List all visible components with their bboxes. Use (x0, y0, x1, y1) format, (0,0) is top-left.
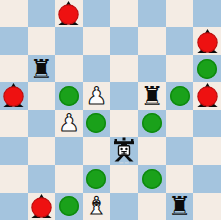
board-square[interactable] (110, 55, 138, 82)
board-square[interactable] (28, 137, 56, 165)
board-square[interactable] (138, 193, 166, 220)
board-square[interactable] (138, 55, 166, 82)
board-square[interactable] (166, 55, 194, 82)
board-square[interactable] (193, 0, 221, 27)
board-square[interactable] (0, 82, 28, 109)
board-square[interactable] (83, 137, 111, 165)
board-square[interactable] (138, 0, 166, 27)
board-square[interactable] (193, 165, 221, 192)
board-square[interactable] (138, 165, 166, 192)
board-square[interactable] (0, 0, 28, 27)
board-square[interactable] (166, 0, 194, 27)
board-square[interactable] (166, 110, 194, 137)
board-square[interactable] (0, 137, 28, 165)
black-rook-piece[interactable]: ♜ (168, 193, 191, 219)
legal-move-dot[interactable] (59, 86, 79, 106)
red-ball-piece[interactable] (28, 193, 55, 220)
board-square[interactable] (166, 27, 194, 54)
board-square[interactable] (28, 193, 56, 220)
white-pawn-piece[interactable]: ♟ (86, 84, 108, 108)
board-square[interactable] (193, 110, 221, 137)
board-square[interactable] (28, 27, 56, 54)
board-square[interactable] (55, 27, 83, 54)
board-square[interactable] (83, 27, 111, 54)
white-pawn-piece[interactable]: ♟ (58, 111, 80, 135)
board-square[interactable] (55, 55, 83, 82)
board-square[interactable] (193, 82, 221, 109)
board-square[interactable] (83, 0, 111, 27)
board-square[interactable] (110, 165, 138, 192)
board-square[interactable] (110, 0, 138, 27)
legal-move-dot[interactable] (197, 59, 217, 79)
selected-lantern-piece[interactable] (110, 137, 138, 165)
board-square[interactable] (0, 110, 28, 137)
board-square[interactable] (193, 137, 221, 165)
board-square[interactable] (110, 110, 138, 137)
game-screenshot: ♜♟♜♟♝♜ (0, 0, 221, 220)
board-square[interactable] (0, 27, 28, 54)
legal-move-dot[interactable] (86, 169, 106, 189)
board-square[interactable] (28, 0, 56, 27)
legal-move-dot[interactable] (170, 86, 190, 106)
board-square[interactable] (0, 55, 28, 82)
board-square[interactable]: ♟ (83, 82, 111, 109)
board-square[interactable] (0, 193, 28, 220)
red-ball-piece[interactable] (194, 82, 221, 109)
board-square[interactable] (193, 193, 221, 220)
board-square[interactable] (138, 110, 166, 137)
board-square[interactable] (28, 110, 56, 137)
board-square[interactable]: ♜ (28, 55, 56, 82)
board-square[interactable] (138, 137, 166, 165)
legal-move-dot[interactable] (142, 113, 162, 133)
board-square[interactable] (55, 193, 83, 220)
board-square[interactable]: ♜ (138, 82, 166, 109)
board-square[interactable] (110, 193, 138, 220)
legal-move-dot[interactable] (86, 113, 106, 133)
board-square[interactable] (55, 165, 83, 192)
black-rook-piece[interactable]: ♜ (30, 56, 53, 82)
board-square[interactable] (83, 55, 111, 82)
black-rook-piece[interactable]: ♜ (140, 83, 163, 109)
board-square[interactable] (166, 82, 194, 109)
board-square[interactable]: ♜ (166, 193, 194, 220)
red-ball-piece[interactable] (55, 0, 82, 27)
board-square[interactable] (28, 165, 56, 192)
board-square[interactable] (193, 27, 221, 54)
board-square[interactable] (55, 0, 83, 27)
board-square[interactable] (166, 137, 194, 165)
legal-move-dot[interactable] (142, 169, 162, 189)
board-square[interactable] (55, 82, 83, 109)
board-square[interactable] (193, 55, 221, 82)
board-square[interactable] (138, 27, 166, 54)
board-square[interactable]: ♝ (83, 193, 111, 220)
board-square[interactable]: ♟ (55, 110, 83, 137)
board-square[interactable] (110, 137, 138, 165)
board-square[interactable] (83, 110, 111, 137)
board-square[interactable] (83, 165, 111, 192)
board-square[interactable] (110, 82, 138, 109)
white-bishop-piece[interactable]: ♝ (86, 194, 108, 218)
board-square[interactable] (166, 165, 194, 192)
red-ball-piece[interactable] (0, 82, 27, 109)
chess-board: ♜♟♜♟♝♜ (0, 0, 221, 220)
red-ball-piece[interactable] (194, 28, 221, 55)
board-square[interactable] (55, 137, 83, 165)
board-square[interactable] (110, 27, 138, 54)
board-square[interactable] (0, 165, 28, 192)
board-square[interactable] (28, 82, 56, 109)
legal-move-dot[interactable] (59, 196, 79, 216)
